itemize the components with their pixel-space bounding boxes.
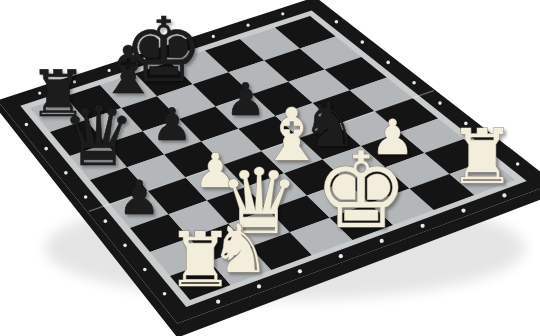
frame-dot-near (339, 254, 343, 258)
frame-dot-left (25, 123, 29, 127)
frame-dot-right (386, 61, 390, 65)
white-rook-a1: ♜ (166, 216, 234, 304)
frame-dot-far (246, 24, 249, 27)
chess-board: ♜♝♚♛♟♟♟♞♟♝♟♛♞♚♜♜ (0, 0, 540, 336)
frame-dot-near (421, 224, 425, 228)
frame-dot-right (412, 81, 416, 85)
black-king-d8: ♚ (124, 0, 204, 102)
frame-dot-left (84, 195, 88, 199)
frame-dot-left (44, 147, 48, 151)
frame-dot-right (360, 40, 364, 44)
product-photo: ♜♝♚♛♟♟♟♞♟♝♟♛♞♚♜♜ (0, 0, 540, 336)
white-rook-h1: ♜ (448, 113, 516, 201)
frame-dot-right (335, 20, 339, 24)
frame-dot-far (281, 12, 284, 15)
frame-dot-right (516, 162, 520, 166)
frame-dot-far (212, 35, 215, 38)
frame-dot-left (123, 244, 127, 248)
frame-dot-right (438, 101, 442, 105)
white-king-e1: ♚ (314, 130, 408, 252)
black-pawn-a4: ♟ (118, 170, 160, 225)
black-pawn-c6: ♟ (152, 98, 192, 151)
frame-dot-near (461, 209, 465, 213)
frame-dot-left (104, 219, 108, 223)
frame-dot-left (143, 268, 147, 272)
frame-dot-near (298, 269, 302, 273)
